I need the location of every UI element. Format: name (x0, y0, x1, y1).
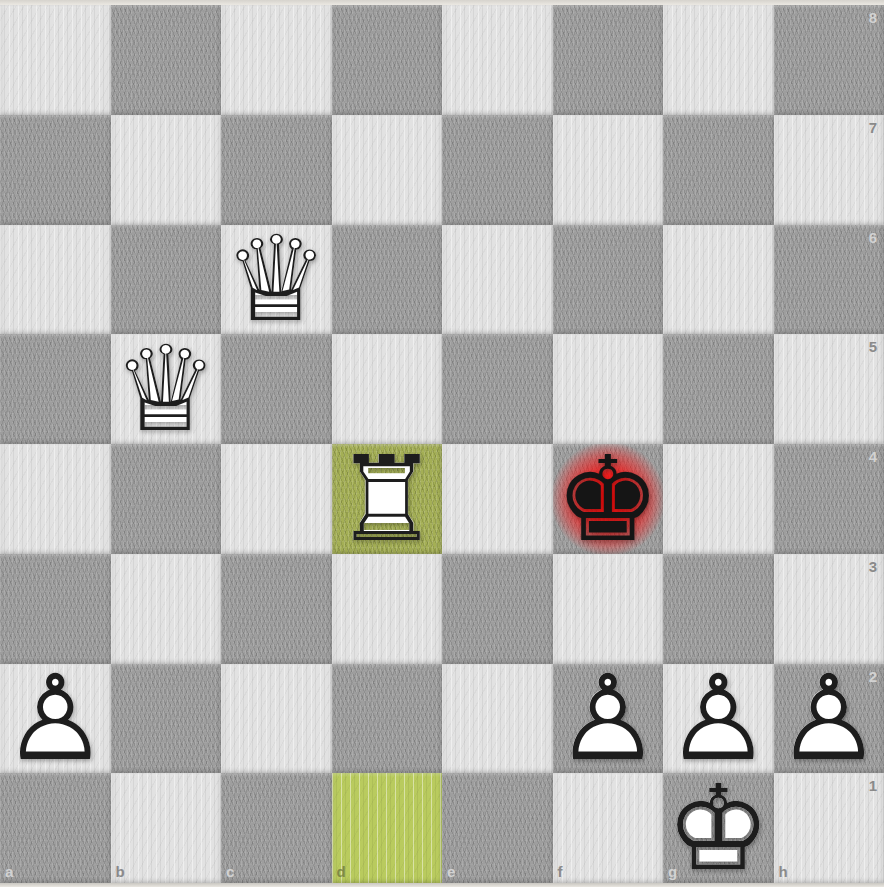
square-h2[interactable]: ♟♙2 (774, 664, 884, 774)
coord-file-b: b (116, 864, 125, 879)
square-b3[interactable] (111, 554, 222, 664)
square-e8[interactable] (442, 5, 553, 115)
square-c6[interactable]: ♛♕ (221, 225, 332, 335)
square-g3[interactable] (663, 554, 774, 664)
square-f5[interactable] (553, 334, 664, 444)
square-f1[interactable]: f (553, 773, 664, 883)
coord-file-g: g (668, 864, 677, 879)
square-d5[interactable] (332, 334, 443, 444)
square-g6[interactable] (663, 225, 774, 335)
square-f3[interactable] (553, 554, 664, 664)
square-h3[interactable]: 3 (774, 554, 884, 664)
square-f8[interactable] (553, 5, 664, 115)
piece-black-king[interactable]: ♚ (553, 444, 664, 554)
square-c8[interactable] (221, 5, 332, 115)
piece-white-king[interactable]: ♚♔ (663, 773, 774, 883)
square-a4[interactable] (0, 444, 111, 554)
white-rook-outline: ♖ (332, 444, 443, 554)
square-b5[interactable]: ♛♕ (111, 334, 222, 444)
square-f2[interactable]: ♟♙ (553, 664, 664, 774)
square-h5[interactable]: 5 (774, 334, 884, 444)
square-g2[interactable]: ♟♙ (663, 664, 774, 774)
square-b1[interactable]: b (111, 773, 222, 883)
square-c4[interactable] (221, 444, 332, 554)
piece-white-pawn[interactable]: ♟♙ (553, 664, 664, 774)
chess-board: 87♛♕6♛♕5♜♖♚43♟♙♟♙♟♙♟♙2abcdef♚♔gh1 (0, 5, 884, 883)
coord-file-c: c (226, 864, 234, 879)
square-a8[interactable] (0, 5, 111, 115)
piece-white-pawn[interactable]: ♟♙ (774, 664, 884, 774)
square-b7[interactable] (111, 115, 222, 225)
square-h6[interactable]: 6 (774, 225, 884, 335)
coord-file-a: a (5, 864, 13, 879)
coord-rank-4: 4 (869, 449, 877, 464)
square-d8[interactable] (332, 5, 443, 115)
piece-white-pawn[interactable]: ♟♙ (0, 664, 111, 774)
square-g8[interactable] (663, 5, 774, 115)
square-c1[interactable]: c (221, 773, 332, 883)
piece-white-rook[interactable]: ♜♖ (332, 444, 443, 554)
square-b6[interactable] (111, 225, 222, 335)
square-c7[interactable] (221, 115, 332, 225)
square-d6[interactable] (332, 225, 443, 335)
square-e3[interactable] (442, 554, 553, 664)
square-g1[interactable]: ♚♔g (663, 773, 774, 883)
coord-rank-6: 6 (869, 230, 877, 245)
white-queen-outline: ♕ (111, 334, 222, 444)
coord-rank-8: 8 (869, 10, 877, 25)
square-e5[interactable] (442, 334, 553, 444)
square-h7[interactable]: 7 (774, 115, 884, 225)
coord-file-d: d (337, 864, 346, 879)
square-a5[interactable] (0, 334, 111, 444)
square-b2[interactable] (111, 664, 222, 774)
square-c2[interactable] (221, 664, 332, 774)
white-king-outline: ♔ (663, 773, 774, 883)
square-a3[interactable] (0, 554, 111, 664)
square-e2[interactable] (442, 664, 553, 774)
coord-rank-3: 3 (869, 559, 877, 574)
square-a1[interactable]: a (0, 773, 111, 883)
coord-rank-5: 5 (869, 339, 877, 354)
white-pawn-outline: ♙ (553, 664, 664, 774)
coord-file-f: f (558, 864, 563, 879)
white-pawn-outline: ♙ (774, 664, 884, 774)
coord-rank-7: 7 (869, 120, 877, 135)
square-a2[interactable]: ♟♙ (0, 664, 111, 774)
piece-white-queen[interactable]: ♛♕ (111, 334, 222, 444)
coord-file-e: e (447, 864, 455, 879)
coord-rank-1: 1 (869, 778, 877, 793)
white-pawn-outline: ♙ (0, 664, 111, 774)
square-a6[interactable] (0, 225, 111, 335)
square-d7[interactable] (332, 115, 443, 225)
square-h8[interactable]: 8 (774, 5, 884, 115)
board-frame-bottom (0, 883, 884, 887)
square-e4[interactable] (442, 444, 553, 554)
square-f7[interactable] (553, 115, 664, 225)
square-g7[interactable] (663, 115, 774, 225)
piece-white-queen[interactable]: ♛♕ (221, 225, 332, 335)
square-e6[interactable] (442, 225, 553, 335)
square-d2[interactable] (332, 664, 443, 774)
black-king-glyph: ♚ (553, 444, 664, 554)
square-e7[interactable] (442, 115, 553, 225)
square-g4[interactable] (663, 444, 774, 554)
coord-file-h: h (779, 864, 788, 879)
square-c3[interactable] (221, 554, 332, 664)
white-queen-outline: ♕ (221, 225, 332, 335)
square-d3[interactable] (332, 554, 443, 664)
square-b8[interactable] (111, 5, 222, 115)
square-d4[interactable]: ♜♖ (332, 444, 443, 554)
square-g5[interactable] (663, 334, 774, 444)
square-e1[interactable]: e (442, 773, 553, 883)
square-f6[interactable] (553, 225, 664, 335)
white-pawn-outline: ♙ (663, 664, 774, 774)
piece-white-pawn[interactable]: ♟♙ (663, 664, 774, 774)
square-h1[interactable]: h1 (774, 773, 884, 883)
square-h4[interactable]: 4 (774, 444, 884, 554)
square-f4[interactable]: ♚ (553, 444, 664, 554)
coord-rank-2: 2 (869, 669, 877, 684)
square-b4[interactable] (111, 444, 222, 554)
square-c5[interactable] (221, 334, 332, 444)
square-a7[interactable] (0, 115, 111, 225)
square-d1[interactable]: d (332, 773, 443, 883)
